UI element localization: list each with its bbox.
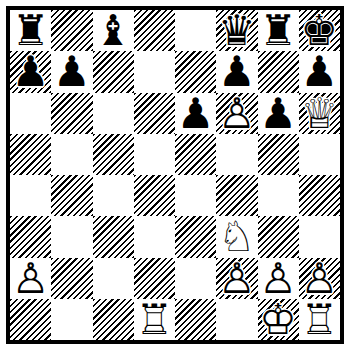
square-h1[interactable]: ♜♖ [299, 299, 340, 340]
piece-glyph: ♙ [299, 258, 340, 299]
white-queen-h6: ♛♕ [299, 93, 340, 134]
piece-glyph: ♟ [51, 51, 92, 92]
square-a2[interactable]: ♟♙ [10, 258, 51, 299]
square-h3[interactable] [299, 216, 340, 257]
square-b3[interactable] [51, 216, 92, 257]
square-b5[interactable] [51, 134, 92, 175]
square-d4[interactable] [134, 175, 175, 216]
square-g1[interactable]: ♚♔ [258, 299, 299, 340]
square-h7[interactable]: ♟♟ [299, 51, 340, 92]
piece-glyph: ♜ [258, 10, 299, 51]
square-e1[interactable] [175, 299, 216, 340]
square-f2[interactable]: ♟♙ [216, 258, 257, 299]
piece-glyph: ♝ [93, 10, 134, 51]
square-g3[interactable] [258, 216, 299, 257]
piece-glyph: ♜ [10, 10, 51, 51]
square-a6[interactable] [10, 93, 51, 134]
square-b2[interactable] [51, 258, 92, 299]
square-c8[interactable]: ♝♝ [93, 10, 134, 51]
square-c5[interactable] [93, 134, 134, 175]
square-d2[interactable] [134, 258, 175, 299]
square-g6[interactable]: ♟♟ [258, 93, 299, 134]
piece-glyph: ♔ [258, 299, 299, 340]
square-g7[interactable] [258, 51, 299, 92]
square-e5[interactable] [175, 134, 216, 175]
square-d5[interactable] [134, 134, 175, 175]
square-b6[interactable] [51, 93, 92, 134]
square-f5[interactable] [216, 134, 257, 175]
white-knight-f3: ♞♘ [216, 216, 257, 257]
square-b4[interactable] [51, 175, 92, 216]
piece-glyph: ♛ [216, 10, 257, 51]
square-h6[interactable]: ♛♕ [299, 93, 340, 134]
square-h4[interactable] [299, 175, 340, 216]
square-c7[interactable] [93, 51, 134, 92]
white-pawn-h2: ♟♙ [299, 258, 340, 299]
chess-board: ♜♜♝♝♛♛♜♜♚♚♟♟♟♟♟♟♟♟♟♟♟♙♟♟♛♕♞♘♟♙♟♙♟♙♟♙♜♖♚♔… [6, 6, 344, 344]
square-f1[interactable] [216, 299, 257, 340]
square-g8[interactable]: ♜♜ [258, 10, 299, 51]
white-rook-h1: ♜♖ [299, 299, 340, 340]
black-rook-a8: ♜♜ [10, 10, 51, 51]
square-b1[interactable] [51, 299, 92, 340]
square-a8[interactable]: ♜♜ [10, 10, 51, 51]
piece-glyph: ♙ [216, 258, 257, 299]
square-f4[interactable] [216, 175, 257, 216]
square-d8[interactable] [134, 10, 175, 51]
white-pawn-g2: ♟♙ [258, 258, 299, 299]
piece-glyph: ♙ [10, 258, 51, 299]
square-d6[interactable] [134, 93, 175, 134]
square-d1[interactable]: ♜♖ [134, 299, 175, 340]
piece-glyph: ♖ [299, 299, 340, 340]
black-pawn-e6: ♟♟ [175, 93, 216, 134]
piece-glyph: ♖ [134, 299, 175, 340]
black-rook-g8: ♜♜ [258, 10, 299, 51]
square-c1[interactable] [93, 299, 134, 340]
black-king-h8: ♚♚ [299, 10, 340, 51]
piece-glyph: ♟ [258, 93, 299, 134]
square-b7[interactable]: ♟♟ [51, 51, 92, 92]
square-h8[interactable]: ♚♚ [299, 10, 340, 51]
square-g4[interactable] [258, 175, 299, 216]
square-e3[interactable] [175, 216, 216, 257]
square-e8[interactable] [175, 10, 216, 51]
square-e6[interactable]: ♟♟ [175, 93, 216, 134]
white-pawn-f2: ♟♙ [216, 258, 257, 299]
square-f3[interactable]: ♞♘ [216, 216, 257, 257]
piece-glyph: ♟ [216, 51, 257, 92]
square-e7[interactable] [175, 51, 216, 92]
square-a5[interactable] [10, 134, 51, 175]
black-bishop-c8: ♝♝ [93, 10, 134, 51]
piece-glyph: ♟ [175, 93, 216, 134]
black-pawn-b7: ♟♟ [51, 51, 92, 92]
square-f7[interactable]: ♟♟ [216, 51, 257, 92]
square-a4[interactable] [10, 175, 51, 216]
square-h5[interactable] [299, 134, 340, 175]
square-c6[interactable] [93, 93, 134, 134]
white-pawn-f6: ♟♙ [216, 93, 257, 134]
white-pawn-a2: ♟♙ [10, 258, 51, 299]
chess-diagram: ♜♜♝♝♛♛♜♜♚♚♟♟♟♟♟♟♟♟♟♟♟♙♟♟♛♕♞♘♟♙♟♙♟♙♟♙♜♖♚♔… [6, 6, 344, 344]
square-c3[interactable] [93, 216, 134, 257]
black-pawn-f7: ♟♟ [216, 51, 257, 92]
square-a7[interactable]: ♟♟ [10, 51, 51, 92]
square-d7[interactable] [134, 51, 175, 92]
black-pawn-g6: ♟♟ [258, 93, 299, 134]
piece-glyph: ♙ [258, 258, 299, 299]
piece-glyph: ♕ [299, 93, 340, 134]
piece-glyph: ♘ [216, 216, 257, 257]
black-pawn-h7: ♟♟ [299, 51, 340, 92]
square-e2[interactable] [175, 258, 216, 299]
black-pawn-a7: ♟♟ [10, 51, 51, 92]
square-a3[interactable] [10, 216, 51, 257]
square-a1[interactable] [10, 299, 51, 340]
square-c2[interactable] [93, 258, 134, 299]
square-g2[interactable]: ♟♙ [258, 258, 299, 299]
black-queen-f8: ♛♛ [216, 10, 257, 51]
white-king-g1: ♚♔ [258, 299, 299, 340]
piece-glyph: ♙ [216, 93, 257, 134]
square-f6[interactable]: ♟♙ [216, 93, 257, 134]
square-d3[interactable] [134, 216, 175, 257]
square-e4[interactable] [175, 175, 216, 216]
square-c4[interactable] [93, 175, 134, 216]
piece-glyph: ♟ [299, 51, 340, 92]
square-b8[interactable] [51, 10, 92, 51]
square-f8[interactable]: ♛♛ [216, 10, 257, 51]
square-h2[interactable]: ♟♙ [299, 258, 340, 299]
square-g5[interactable] [258, 134, 299, 175]
piece-glyph: ♟ [10, 51, 51, 92]
white-rook-d1: ♜♖ [134, 299, 175, 340]
piece-glyph: ♚ [299, 10, 340, 51]
